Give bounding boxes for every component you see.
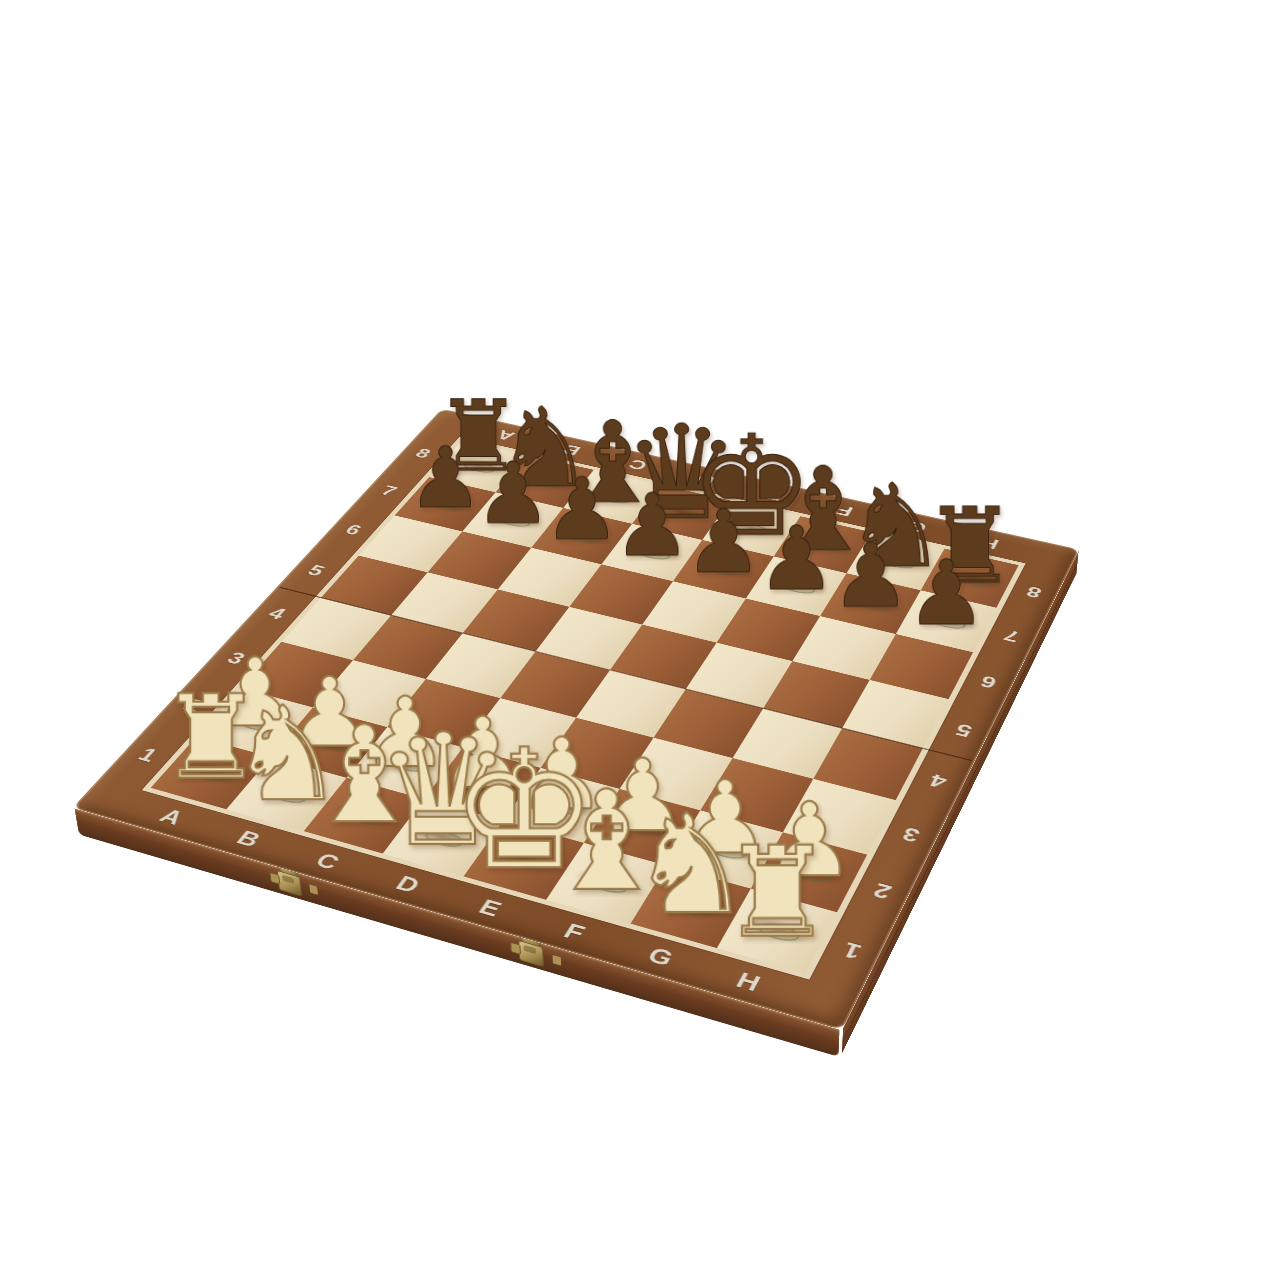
chess-board: ABCDEFGH ABCDEFGH 87654321 87654321 ♜♞♝♛… [73, 409, 1080, 1030]
product-photo-backdrop: ABCDEFGH ABCDEFGH 87654321 87654321 ♜♞♝♛… [0, 0, 1280, 1280]
latch-buckle [277, 870, 302, 897]
